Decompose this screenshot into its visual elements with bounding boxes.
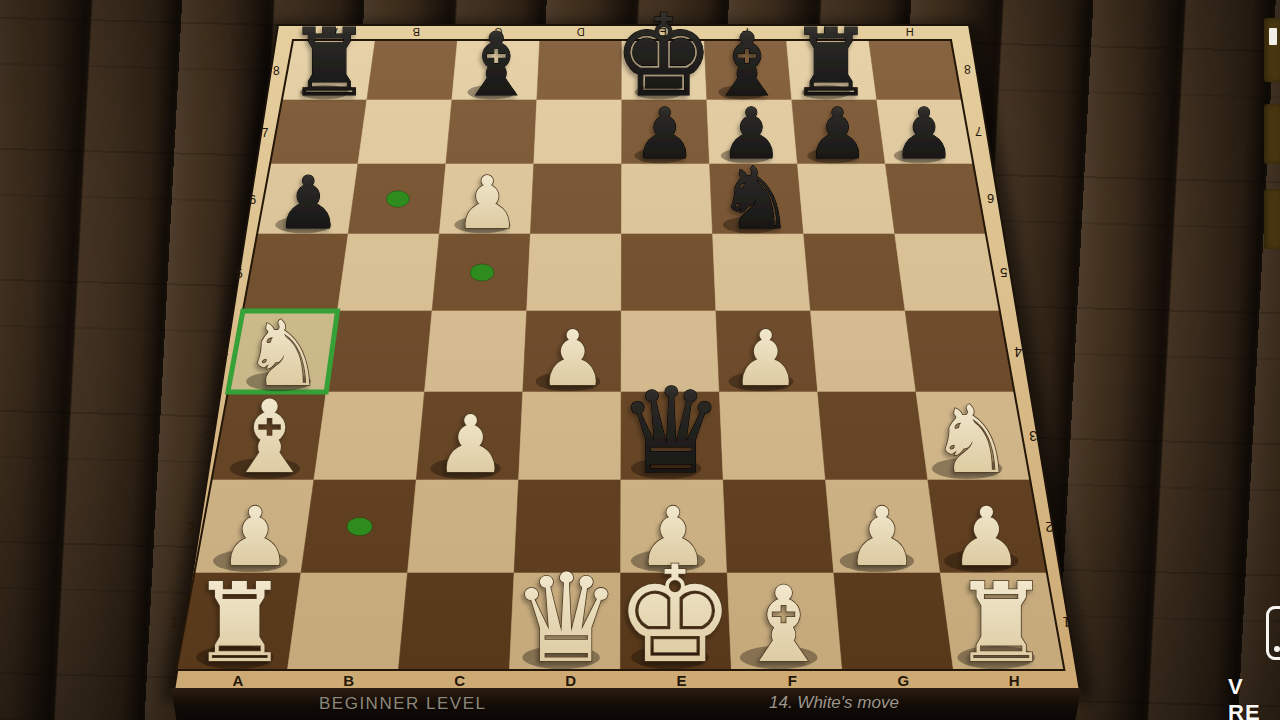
piece-black-pawn-h7[interactable]: ♟ [893, 93, 956, 175]
rank-label-right-3: 3 [1029, 428, 1037, 444]
piece-white-pawn-g2[interactable]: ♟ [845, 490, 918, 584]
piece-white-rook-h1[interactable]: ♜ [952, 559, 1050, 687]
rank-label-left-1: 1 [170, 613, 179, 630]
piece-black-pawn-g7[interactable]: ♟ [806, 93, 869, 175]
file-label-bottom-G: G [897, 672, 909, 689]
rank-label-left-6: 6 [249, 192, 256, 207]
rank-label-right-1: 1 [1062, 614, 1071, 631]
rank-label-left-5: 5 [235, 266, 243, 281]
board-side-panel: BEGINNER LEVEL 14. White's move [171, 688, 1081, 720]
piece-white-pawn-c3[interactable]: ♟ [435, 398, 506, 491]
rank-label-right-7: 7 [975, 124, 982, 138]
move-indicator: 14. White's move [769, 693, 899, 713]
rank-label-right-5: 5 [1000, 265, 1008, 280]
piece-black-pawn-e7[interactable]: ♟ [633, 93, 696, 175]
rank-label-left-4: 4 [220, 344, 228, 360]
file-label-bottom-B: B [343, 672, 354, 689]
piece-black-queen-e3[interactable]: ♛ [618, 362, 724, 500]
piece-white-knight-h3[interactable]: ♞ [930, 386, 1013, 494]
piece-white-queen-d1[interactable]: ♛ [511, 547, 621, 690]
move-hint-b2[interactable] [347, 517, 372, 535]
piece-white-bishop-f1[interactable]: ♝ [737, 564, 831, 686]
right-edge-panel-glyph [1269, 28, 1277, 45]
piece-white-king-e1[interactable]: ♚ [615, 537, 735, 692]
level-label: BEGINNER LEVEL [319, 694, 486, 714]
piece-white-pawn-d4[interactable]: ♟ [539, 314, 608, 403]
piece-black-knight-f6[interactable]: ♞ [718, 149, 795, 248]
right-edge-panel-item[interactable] [1264, 189, 1280, 249]
piece-white-bishop-a3[interactable]: ♝ [225, 379, 315, 496]
piece-black-rook-a8[interactable]: ♜ [288, 9, 371, 117]
right-edge-panel-item[interactable] [1264, 104, 1280, 164]
rank-label-right-6: 6 [987, 191, 994, 206]
rank-label-left-7: 7 [262, 126, 269, 140]
file-label-bottom-C: C [454, 672, 465, 689]
screen-recorder-icon [1266, 606, 1280, 660]
rank-label-right-2: 2 [1045, 519, 1053, 536]
piece-white-rook-a1[interactable]: ♜ [191, 559, 289, 687]
file-label-top-B: B [413, 26, 420, 38]
rank-label-right-8: 8 [964, 62, 971, 76]
file-label-top-D: D [577, 26, 585, 38]
right-edge-panel-item[interactable] [1264, 18, 1280, 82]
rank-label-left-2: 2 [188, 518, 196, 535]
move-hint-c5[interactable] [470, 264, 494, 281]
piece-black-pawn-a6[interactable]: ♟ [276, 161, 341, 245]
rank-label-right-4: 4 [1014, 344, 1022, 360]
piece-white-pawn-c6[interactable]: ♟ [455, 161, 520, 245]
chess-app-screen: 8877665544332211AABBCCDDEEFFGGHH♜♝♚♝♜♟♟♟… [0, 0, 1280, 720]
rank-label-left-8: 8 [273, 64, 280, 78]
chessboard: 8877665544332211AABBCCDDEEFFGGHH♜♝♚♝♜♟♟♟… [0, 0, 1280, 720]
watermark-text: V RE [1228, 674, 1280, 720]
rank-label-left-3: 3 [205, 428, 213, 444]
file-label-top-H: H [906, 26, 914, 38]
piece-white-pawn-f4[interactable]: ♟ [732, 314, 801, 403]
move-hint-b6[interactable] [386, 191, 409, 208]
piece-black-bishop-c8[interactable]: ♝ [457, 14, 536, 116]
